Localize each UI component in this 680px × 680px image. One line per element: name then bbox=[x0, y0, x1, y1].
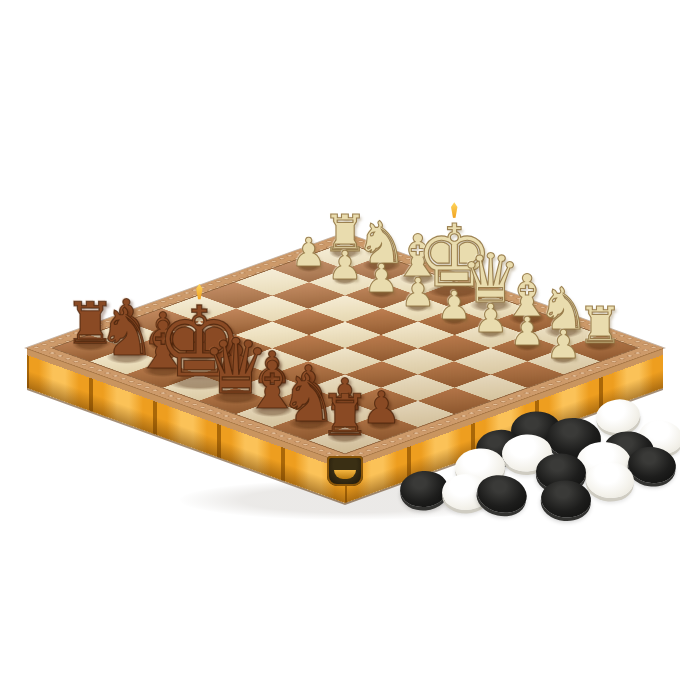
king-crown-flame bbox=[449, 202, 459, 218]
checker-disc-black bbox=[539, 478, 592, 519]
corner-ornament bbox=[327, 456, 363, 486]
lego-chess-set-photo: ♜♞♟♝♟♚♟♛♟♝♟♞♟♟♜♟♟♜♟♟♞♟♝♟♚♟♛♟♝♟♞♜ bbox=[0, 0, 680, 680]
